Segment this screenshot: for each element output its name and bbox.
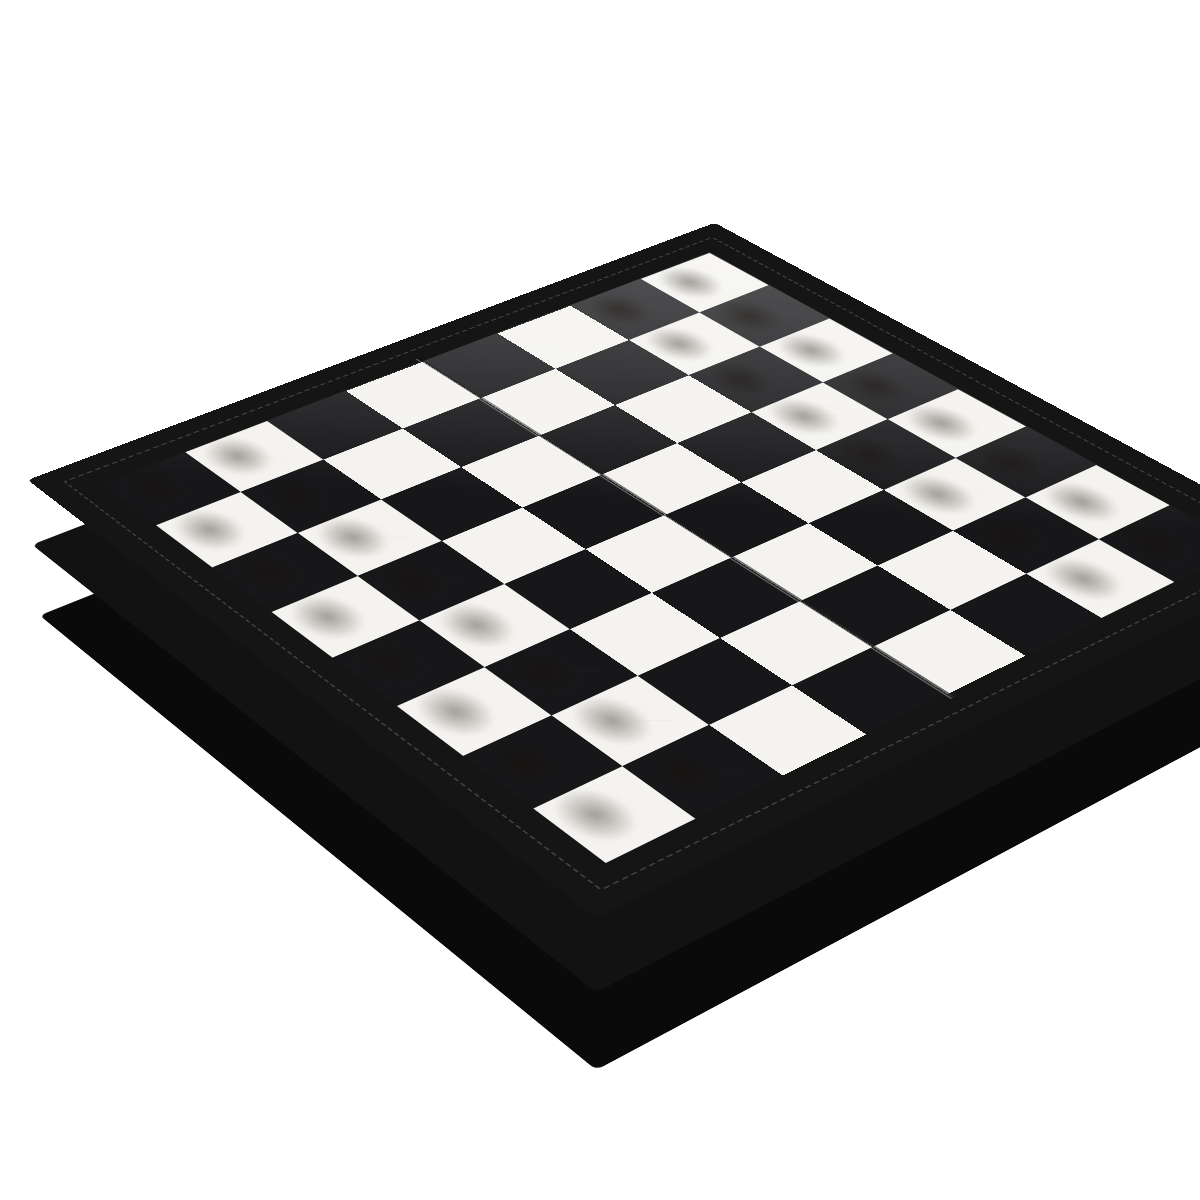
- folding-chess-case: ♜♞♝♛♚♝♞♜♟♟♟♟♟♟♟♟♟♟♟♟♟♟♟♟♜♞♝♚♛♝♞♜: [28, 223, 1200, 918]
- photo-canvas: { "game": "chess", "position": { "fen": …: [0, 0, 1200, 1200]
- chess-set-photo: ♜♞♝♛♚♝♞♜♟♟♟♟♟♟♟♟♟♟♟♟♟♟♟♟♜♞♝♚♛♝♞♜: [0, 0, 1200, 1200]
- white-rook-icon: ♜: [535, 655, 694, 832]
- black-pawn-icon: ♟: [1040, 460, 1160, 594]
